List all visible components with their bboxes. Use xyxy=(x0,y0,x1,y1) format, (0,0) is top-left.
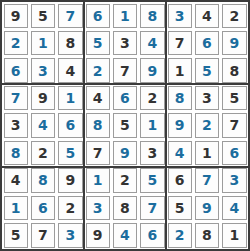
sudoku-cell-r8c8[interactable]: 9 xyxy=(195,196,219,220)
sudoku-cell-r9c2[interactable]: 7 xyxy=(31,223,55,247)
sudoku-cell-r3c6[interactable]: 9 xyxy=(140,58,164,82)
sudoku-cell-r9c1[interactable]: 5 xyxy=(4,223,28,247)
sudoku-cell-r1c6[interactable]: 8 xyxy=(140,4,164,28)
sudoku-cell-r1c9[interactable]: 2 xyxy=(222,4,246,28)
sudoku-cell-r8c6[interactable]: 7 xyxy=(140,196,164,220)
sudoku-cell-r7c4[interactable]: 1 xyxy=(86,168,110,192)
sudoku-cell-r4c6[interactable]: 2 xyxy=(140,86,164,110)
sudoku-cell-r8c4[interactable]: 3 xyxy=(86,196,110,220)
box-separator-vertical-1 xyxy=(83,2,85,249)
sudoku-cell-r3c9[interactable]: 8 xyxy=(222,58,246,82)
sudoku-cell-r1c8[interactable]: 4 xyxy=(195,4,219,28)
sudoku-cell-r4c3[interactable]: 1 xyxy=(58,86,82,110)
sudoku-cell-r5c4[interactable]: 8 xyxy=(86,113,110,137)
sudoku-cell-r9c7[interactable]: 2 xyxy=(168,223,192,247)
sudoku-cell-r4c4[interactable]: 4 xyxy=(86,86,110,110)
sudoku-cell-r8c3[interactable]: 2 xyxy=(58,196,82,220)
sudoku-cell-r4c5[interactable]: 6 xyxy=(113,86,137,110)
sudoku-cell-r8c5[interactable]: 8 xyxy=(113,196,137,220)
sudoku-cell-r9c5[interactable]: 4 xyxy=(113,223,137,247)
sudoku-cell-r5c6[interactable]: 1 xyxy=(140,113,164,137)
sudoku-cell-r3c4[interactable]: 2 xyxy=(86,58,110,82)
sudoku-cell-r8c2[interactable]: 6 xyxy=(31,196,55,220)
sudoku-cell-r1c4[interactable]: 6 xyxy=(86,4,110,28)
sudoku-cell-r2c9[interactable]: 9 xyxy=(222,31,246,55)
sudoku-cell-r4c7[interactable]: 8 xyxy=(168,86,192,110)
sudoku-cell-r1c2[interactable]: 5 xyxy=(31,4,55,28)
sudoku-cell-r9c6[interactable]: 6 xyxy=(140,223,164,247)
box-separator-horizontal-1 xyxy=(2,83,248,85)
sudoku-cell-r4c2[interactable]: 9 xyxy=(31,86,55,110)
sudoku-cell-r7c2[interactable]: 8 xyxy=(31,168,55,192)
sudoku-cell-r6c9[interactable]: 6 xyxy=(222,141,246,165)
sudoku-cell-r6c7[interactable]: 4 xyxy=(168,141,192,165)
sudoku-cell-r7c6[interactable]: 5 xyxy=(140,168,164,192)
sudoku-board: 9576183422185347696342791587914628353468… xyxy=(0,0,250,251)
sudoku-cell-r2c1[interactable]: 2 xyxy=(4,31,28,55)
sudoku-cell-r7c9[interactable]: 3 xyxy=(222,168,246,192)
sudoku-cell-r3c3[interactable]: 4 xyxy=(58,58,82,82)
sudoku-cell-r2c3[interactable]: 8 xyxy=(58,31,82,55)
box-separator-vertical-2 xyxy=(165,2,167,249)
sudoku-cell-r9c4[interactable]: 9 xyxy=(86,223,110,247)
sudoku-cell-r3c7[interactable]: 1 xyxy=(168,58,192,82)
sudoku-cell-r4c1[interactable]: 7 xyxy=(4,86,28,110)
sudoku-cell-r5c7[interactable]: 9 xyxy=(168,113,192,137)
sudoku-cell-r3c5[interactable]: 7 xyxy=(113,58,137,82)
sudoku-cell-r9c9[interactable]: 1 xyxy=(222,223,246,247)
sudoku-cell-r5c2[interactable]: 4 xyxy=(31,113,55,137)
sudoku-cell-r5c3[interactable]: 6 xyxy=(58,113,82,137)
sudoku-cell-r2c5[interactable]: 3 xyxy=(113,31,137,55)
sudoku-cell-r8c1[interactable]: 1 xyxy=(4,196,28,220)
sudoku-cell-r4c8[interactable]: 3 xyxy=(195,86,219,110)
sudoku-cell-r5c8[interactable]: 2 xyxy=(195,113,219,137)
sudoku-cell-r5c5[interactable]: 5 xyxy=(113,113,137,137)
sudoku-cell-r6c2[interactable]: 2 xyxy=(31,141,55,165)
sudoku-cell-r8c9[interactable]: 4 xyxy=(222,196,246,220)
sudoku-cell-r2c6[interactable]: 4 xyxy=(140,31,164,55)
sudoku-cell-r3c8[interactable]: 5 xyxy=(195,58,219,82)
sudoku-cell-r9c3[interactable]: 3 xyxy=(58,223,82,247)
sudoku-cell-r1c3[interactable]: 7 xyxy=(58,4,82,28)
sudoku-cell-r6c1[interactable]: 8 xyxy=(4,141,28,165)
sudoku-cell-r3c2[interactable]: 3 xyxy=(31,58,55,82)
sudoku-cell-r6c8[interactable]: 1 xyxy=(195,141,219,165)
sudoku-cell-r4c9[interactable]: 5 xyxy=(222,86,246,110)
sudoku-cell-r7c1[interactable]: 4 xyxy=(4,168,28,192)
sudoku-cell-r7c5[interactable]: 2 xyxy=(113,168,137,192)
sudoku-cell-r9c8[interactable]: 8 xyxy=(195,223,219,247)
sudoku-cell-r2c7[interactable]: 7 xyxy=(168,31,192,55)
sudoku-cell-r7c3[interactable]: 9 xyxy=(58,168,82,192)
box-separator-horizontal-2 xyxy=(2,166,248,168)
sudoku-cell-r3c1[interactable]: 6 xyxy=(4,58,28,82)
sudoku-cell-r5c1[interactable]: 3 xyxy=(4,113,28,137)
sudoku-cell-r7c7[interactable]: 6 xyxy=(168,168,192,192)
sudoku-cell-r6c6[interactable]: 3 xyxy=(140,141,164,165)
sudoku-cell-r6c4[interactable]: 7 xyxy=(86,141,110,165)
sudoku-cell-r2c2[interactable]: 1 xyxy=(31,31,55,55)
sudoku-cell-r8c7[interactable]: 5 xyxy=(168,196,192,220)
sudoku-cell-r2c4[interactable]: 5 xyxy=(86,31,110,55)
sudoku-cell-r6c3[interactable]: 5 xyxy=(58,141,82,165)
sudoku-cell-r5c9[interactable]: 7 xyxy=(222,113,246,137)
sudoku-cell-r7c8[interactable]: 7 xyxy=(195,168,219,192)
sudoku-cell-r1c5[interactable]: 1 xyxy=(113,4,137,28)
sudoku-cell-r1c1[interactable]: 9 xyxy=(4,4,28,28)
sudoku-cell-r2c8[interactable]: 6 xyxy=(195,31,219,55)
sudoku-cell-r1c7[interactable]: 3 xyxy=(168,4,192,28)
sudoku-cell-r6c5[interactable]: 9 xyxy=(113,141,137,165)
